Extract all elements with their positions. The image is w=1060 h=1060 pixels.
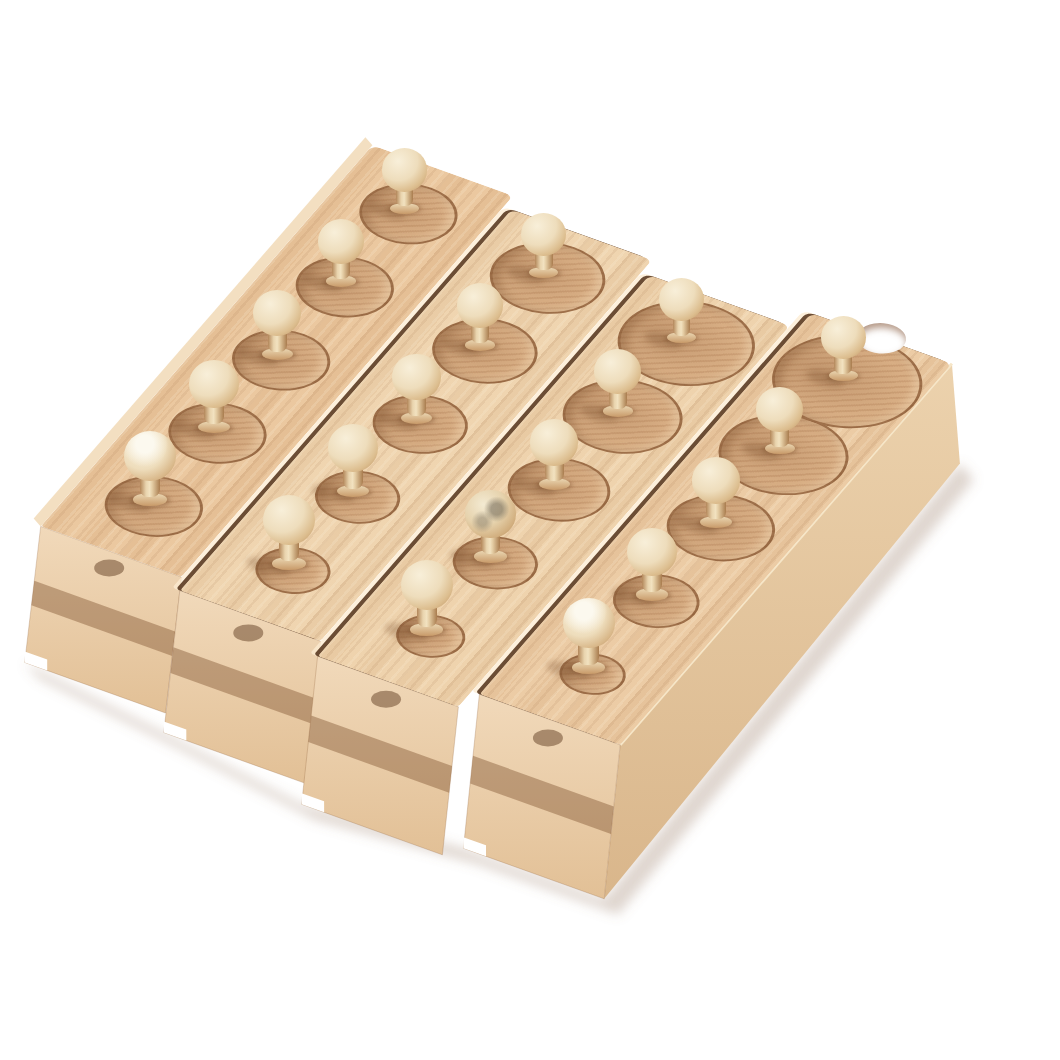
front-notch-shadow — [533, 729, 563, 746]
front-notch-shadow — [94, 560, 124, 577]
knob-ball — [563, 598, 615, 648]
product-photo-stage — [0, 0, 1060, 1060]
knob-ball — [756, 387, 803, 432]
knob-ball — [692, 457, 740, 504]
knob-ball — [594, 349, 641, 394]
knob-ball — [318, 219, 365, 264]
knob-ball — [328, 424, 378, 472]
front-notch-shadow — [371, 691, 401, 708]
knob-ball — [382, 148, 427, 191]
knob-ball — [530, 419, 578, 466]
knob-ball — [263, 495, 315, 545]
knob-ball — [189, 360, 239, 408]
knob-ball — [659, 278, 704, 321]
knob-ball — [465, 490, 515, 538]
knob-ball — [392, 354, 440, 401]
knob-ball — [521, 213, 566, 256]
knob-ball — [457, 283, 504, 328]
knob-ball — [821, 316, 866, 359]
front-notch-shadow — [233, 624, 263, 641]
knob-ball — [401, 560, 453, 610]
knob-ball — [124, 431, 176, 481]
